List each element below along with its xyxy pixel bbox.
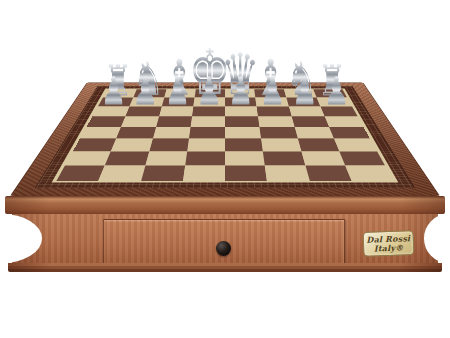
storage-box: Dal Rossi Italy® [0,196,450,286]
board-inner-line: ♜♞♝♚♛♝♞♜♟♟♟♟♟♟♟♟♟♟♟♟♟♟♟♟♜♞♝♚♛♝♞♜ [52,88,399,182]
molding-ridge [8,269,442,272]
box-side-curve-right [424,214,450,263]
square-g2: ♟ [130,97,164,106]
board-decorative-band: ♜♞♝♚♛♝♞♜♟♟♟♟♟♟♟♟♟♟♟♟♟♟♟♟♜♞♝♚♛♝♞♜ [35,86,415,188]
box-bottom-molding [8,263,442,272]
storage-drawer [103,219,345,264]
box-side-curve-left [0,214,42,263]
box-body: Dal Rossi Italy® [12,214,438,263]
piece-black-knight: ♞ [309,130,353,182]
brand-plaque: Dal Rossi Italy® [363,230,415,257]
piece-white-pawn: ♟ [323,76,349,107]
chessboard: ♜♞♝♚♛♝♞♜♟♟♟♟♟♟♟♟♟♟♟♟♟♟♟♟♜♞♝♚♛♝♞♜ [0,0,450,196]
piece-black-rook: ♜ [353,134,393,181]
piece-black-queen: ♛ [219,118,273,182]
box-top-molding [5,196,445,214]
board-frame: ♜♞♝♚♛♝♞♜♟♟♟♟♟♟♟♟♟♟♟♟♟♟♟♟♜♞♝♚♛♝♞♜ [10,82,440,196]
piece-black-rook: ♜ [57,134,97,181]
square-d8: ♛ [225,165,267,181]
board-grid: ♜♞♝♚♛♝♞♜♟♟♟♟♟♟♟♟♟♟♟♟♟♟♟♟♜♞♝♚♛♝♞♜ [56,89,393,181]
square-a3 [320,106,357,116]
piece-white-pawn: ♟ [101,76,127,107]
brand-country: Italy® [364,243,413,254]
board-plane: ♜♞♝♚♛♝♞♜♟♟♟♟♟♟♟♟♟♟♟♟♟♟♟♟♜♞♝♚♛♝♞♜ [10,82,440,196]
square-g8: ♞ [98,165,145,181]
drawer-knob [216,241,231,256]
square-h2: ♟ [98,97,134,106]
piece-white-pawn: ♟ [132,76,158,107]
piece-white-pawn: ♟ [292,76,318,107]
square-a2: ♟ [317,97,353,106]
square-h3 [92,106,129,116]
square-b2: ♟ [286,97,320,106]
chess-set-photo: ♜♞♝♚♛♝♞♜♟♟♟♟♟♟♟♟♟♟♟♟♟♟♟♟♜♞♝♚♛♝♞♜ Dal Ros… [0,0,450,338]
square-b8: ♞ [305,165,352,181]
piece-black-knight: ♞ [97,130,141,182]
